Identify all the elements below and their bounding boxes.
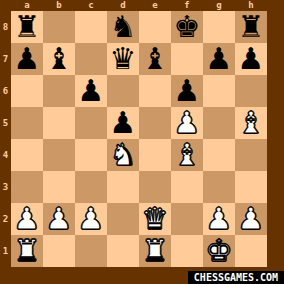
square-e3[interactable] — [139, 171, 171, 203]
square-g4[interactable] — [203, 139, 235, 171]
square-d2[interactable] — [107, 203, 139, 235]
rank-label-7: 7 — [0, 43, 11, 75]
square-a3[interactable] — [11, 171, 43, 203]
white-rook-a1: ♜ — [14, 236, 41, 266]
white-pawn-g2: ♟ — [206, 204, 233, 234]
black-knight-d8: ♞ — [110, 12, 137, 42]
black-pawn-c6: ♟ — [78, 76, 105, 106]
square-b2[interactable]: ♟ — [43, 203, 75, 235]
square-g2[interactable]: ♟ — [203, 203, 235, 235]
black-queen-d7: ♛ — [110, 44, 137, 74]
rank-label-8: 8 — [0, 11, 11, 43]
chess-board-frame: abcdefgh 87654321 ♜♞♚♜♟♝♛♝♟♟♟♟♟♟♝♞♝♟♟♟♛♟… — [0, 0, 284, 284]
file-label-b: b — [43, 0, 75, 11]
square-b4[interactable] — [43, 139, 75, 171]
black-rook-a8: ♜ — [14, 12, 41, 42]
square-b7[interactable]: ♝ — [43, 43, 75, 75]
square-a2[interactable]: ♟ — [11, 203, 43, 235]
square-a4[interactable] — [11, 139, 43, 171]
square-f6[interactable]: ♟ — [171, 75, 203, 107]
square-c8[interactable] — [75, 11, 107, 43]
square-d8[interactable]: ♞ — [107, 11, 139, 43]
white-knight-d4: ♞ — [110, 140, 137, 170]
white-pawn-c2: ♟ — [78, 204, 105, 234]
black-pawn-d5: ♟ — [110, 108, 137, 138]
square-h3[interactable] — [235, 171, 267, 203]
square-c6[interactable]: ♟ — [75, 75, 107, 107]
square-a7[interactable]: ♟ — [11, 43, 43, 75]
rank-label-6: 6 — [0, 75, 11, 107]
square-d5[interactable]: ♟ — [107, 107, 139, 139]
white-rook-e1: ♜ — [142, 236, 169, 266]
square-h5[interactable]: ♝ — [235, 107, 267, 139]
square-d3[interactable] — [107, 171, 139, 203]
square-e6[interactable] — [139, 75, 171, 107]
square-b6[interactable] — [43, 75, 75, 107]
square-e5[interactable] — [139, 107, 171, 139]
rank-label-2: 2 — [0, 203, 11, 235]
white-queen-e2: ♛ — [142, 204, 169, 234]
chess-board: ♜♞♚♜♟♝♛♝♟♟♟♟♟♟♝♞♝♟♟♟♛♟♟♜♜♚ — [11, 11, 267, 267]
white-king-g1: ♚ — [206, 236, 233, 266]
black-pawn-a7: ♟ — [14, 44, 41, 74]
square-e2[interactable]: ♛ — [139, 203, 171, 235]
white-pawn-a2: ♟ — [14, 204, 41, 234]
square-c7[interactable] — [75, 43, 107, 75]
square-f3[interactable] — [171, 171, 203, 203]
square-g1[interactable]: ♚ — [203, 235, 235, 267]
rank-label-5: 5 — [0, 107, 11, 139]
square-e7[interactable]: ♝ — [139, 43, 171, 75]
square-c3[interactable] — [75, 171, 107, 203]
square-e1[interactable]: ♜ — [139, 235, 171, 267]
white-pawn-h2: ♟ — [238, 204, 265, 234]
square-h2[interactable]: ♟ — [235, 203, 267, 235]
square-e8[interactable] — [139, 11, 171, 43]
square-a6[interactable] — [11, 75, 43, 107]
white-pawn-f5: ♟ — [174, 108, 201, 138]
black-pawn-g7: ♟ — [206, 44, 233, 74]
rank-label-1: 1 — [0, 235, 11, 267]
square-a8[interactable]: ♜ — [11, 11, 43, 43]
square-h1[interactable] — [235, 235, 267, 267]
square-f1[interactable] — [171, 235, 203, 267]
black-rook-h8: ♜ — [238, 12, 265, 42]
file-label-g: g — [203, 0, 235, 11]
rank-label-4: 4 — [0, 139, 11, 171]
square-g8[interactable] — [203, 11, 235, 43]
square-g3[interactable] — [203, 171, 235, 203]
square-b3[interactable] — [43, 171, 75, 203]
square-b5[interactable] — [43, 107, 75, 139]
square-g7[interactable]: ♟ — [203, 43, 235, 75]
file-labels: abcdefgh — [11, 0, 267, 11]
square-h6[interactable] — [235, 75, 267, 107]
square-c4[interactable] — [75, 139, 107, 171]
square-h8[interactable]: ♜ — [235, 11, 267, 43]
square-f8[interactable]: ♚ — [171, 11, 203, 43]
white-bishop-f4: ♝ — [174, 140, 201, 170]
file-label-c: c — [75, 0, 107, 11]
square-c1[interactable] — [75, 235, 107, 267]
rank-label-3: 3 — [0, 171, 11, 203]
square-a1[interactable]: ♜ — [11, 235, 43, 267]
square-g6[interactable] — [203, 75, 235, 107]
black-pawn-h7: ♟ — [238, 44, 265, 74]
square-f7[interactable] — [171, 43, 203, 75]
rank-labels: 87654321 — [0, 11, 11, 267]
white-pawn-b2: ♟ — [46, 204, 73, 234]
square-f2[interactable] — [171, 203, 203, 235]
black-bishop-b7: ♝ — [46, 44, 73, 74]
black-pawn-f6: ♟ — [174, 76, 201, 106]
square-b8[interactable] — [43, 11, 75, 43]
square-f5[interactable]: ♟ — [171, 107, 203, 139]
square-h4[interactable] — [235, 139, 267, 171]
chessgames-branding-link[interactable]: CHESSGAMES.COM — [188, 271, 284, 284]
square-d6[interactable] — [107, 75, 139, 107]
square-g5[interactable] — [203, 107, 235, 139]
file-label-e: e — [139, 0, 171, 11]
white-bishop-h5: ♝ — [238, 108, 265, 138]
black-bishop-e7: ♝ — [142, 44, 169, 74]
square-c2[interactable]: ♟ — [75, 203, 107, 235]
square-e4[interactable] — [139, 139, 171, 171]
black-king-f8: ♚ — [174, 12, 201, 42]
square-d1[interactable] — [107, 235, 139, 267]
square-f4[interactable]: ♝ — [171, 139, 203, 171]
square-h7[interactable]: ♟ — [235, 43, 267, 75]
square-a5[interactable] — [11, 107, 43, 139]
square-c5[interactable] — [75, 107, 107, 139]
square-b1[interactable] — [43, 235, 75, 267]
square-d4[interactable]: ♞ — [107, 139, 139, 171]
square-d7[interactable]: ♛ — [107, 43, 139, 75]
